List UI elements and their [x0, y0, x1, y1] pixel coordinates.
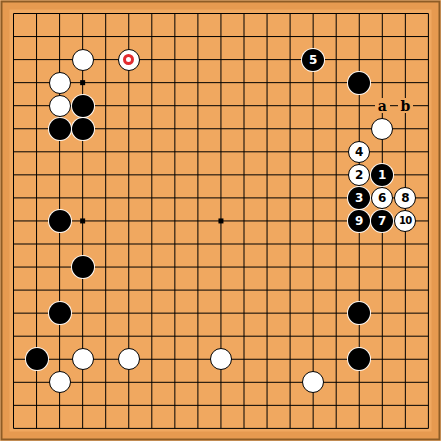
board-point[interactable] — [256, 232, 279, 255]
board-point[interactable] — [71, 94, 94, 117]
board-point[interactable] — [394, 71, 417, 94]
board-point[interactable] — [48, 25, 71, 48]
board-point[interactable] — [302, 140, 325, 163]
board-point[interactable] — [325, 325, 348, 348]
board-point[interactable] — [256, 94, 279, 117]
board-point[interactable] — [394, 163, 417, 186]
board-point[interactable] — [94, 209, 117, 232]
board-point[interactable] — [348, 232, 371, 255]
board-point[interactable] — [71, 71, 94, 94]
board-point[interactable] — [186, 117, 209, 140]
board-point[interactable] — [186, 302, 209, 325]
board-point[interactable] — [394, 417, 417, 440]
board-point[interactable] — [348, 71, 371, 94]
board-point[interactable] — [94, 325, 117, 348]
board-point[interactable] — [140, 163, 163, 186]
board-point[interactable] — [71, 117, 94, 140]
board-point[interactable] — [256, 140, 279, 163]
board-point[interactable] — [394, 25, 417, 48]
board-point[interactable] — [302, 232, 325, 255]
board-point[interactable] — [117, 256, 140, 279]
board-point[interactable] — [140, 2, 163, 25]
board-point[interactable] — [417, 348, 440, 371]
board-point[interactable] — [279, 209, 302, 232]
board-point[interactable] — [209, 163, 232, 186]
board-point[interactable] — [209, 302, 232, 325]
board-point[interactable] — [163, 140, 186, 163]
board-point[interactable] — [163, 163, 186, 186]
board-point[interactable] — [209, 71, 232, 94]
board-point[interactable] — [117, 417, 140, 440]
board-point[interactable] — [48, 371, 71, 394]
board-point[interactable]: 4 — [348, 140, 371, 163]
board-point[interactable] — [163, 325, 186, 348]
board-point[interactable] — [94, 302, 117, 325]
board-point[interactable] — [325, 94, 348, 117]
board-point[interactable] — [163, 256, 186, 279]
board-point[interactable] — [232, 25, 255, 48]
board-point[interactable]: a — [371, 94, 394, 117]
board-point[interactable] — [302, 256, 325, 279]
board-point[interactable] — [163, 417, 186, 440]
board-point[interactable] — [348, 279, 371, 302]
board-point[interactable] — [2, 256, 25, 279]
board-point[interactable] — [71, 163, 94, 186]
board-point[interactable] — [117, 140, 140, 163]
board-point[interactable] — [371, 394, 394, 417]
board-point[interactable] — [371, 48, 394, 71]
board-point[interactable] — [163, 2, 186, 25]
board-point[interactable] — [325, 25, 348, 48]
board-point[interactable] — [256, 394, 279, 417]
board-point[interactable] — [256, 48, 279, 71]
board-point[interactable] — [302, 209, 325, 232]
board-point[interactable] — [186, 186, 209, 209]
board-point[interactable] — [163, 71, 186, 94]
board-point[interactable] — [394, 256, 417, 279]
board-point[interactable] — [186, 25, 209, 48]
board-point[interactable] — [209, 209, 232, 232]
board-point[interactable] — [163, 94, 186, 117]
board-point[interactable] — [417, 94, 440, 117]
board-point[interactable] — [232, 325, 255, 348]
board-point[interactable] — [325, 256, 348, 279]
board-point[interactable] — [71, 371, 94, 394]
board-point[interactable] — [71, 2, 94, 25]
board-point[interactable] — [2, 48, 25, 71]
board-point[interactable] — [209, 325, 232, 348]
board-point[interactable] — [232, 279, 255, 302]
board-point[interactable] — [71, 348, 94, 371]
board-point[interactable] — [94, 394, 117, 417]
board-point[interactable] — [302, 302, 325, 325]
board-point[interactable] — [232, 94, 255, 117]
board-point[interactable] — [232, 186, 255, 209]
board-point[interactable] — [371, 25, 394, 48]
board-point[interactable] — [25, 279, 48, 302]
board-point[interactable] — [371, 302, 394, 325]
board-point[interactable] — [232, 209, 255, 232]
board-point[interactable] — [348, 48, 371, 71]
board-point[interactable] — [394, 348, 417, 371]
board-point[interactable] — [71, 256, 94, 279]
board-point[interactable] — [140, 232, 163, 255]
board-point[interactable]: 2 — [348, 163, 371, 186]
board-point[interactable] — [232, 71, 255, 94]
board-point[interactable] — [302, 348, 325, 371]
board-point[interactable] — [417, 302, 440, 325]
board-point[interactable] — [256, 302, 279, 325]
board-point[interactable] — [325, 394, 348, 417]
board-point[interactable] — [140, 186, 163, 209]
board-point[interactable] — [256, 186, 279, 209]
board-point[interactable] — [2, 140, 25, 163]
board-point[interactable] — [256, 117, 279, 140]
board-point[interactable] — [163, 209, 186, 232]
board-point[interactable] — [2, 25, 25, 48]
board-point[interactable] — [209, 117, 232, 140]
board-point[interactable] — [140, 394, 163, 417]
board-point[interactable]: 8 — [394, 186, 417, 209]
board-point[interactable] — [371, 279, 394, 302]
board-point[interactable] — [348, 417, 371, 440]
board-point[interactable] — [94, 140, 117, 163]
board-point[interactable] — [140, 25, 163, 48]
board-point[interactable] — [232, 48, 255, 71]
board-point[interactable] — [163, 117, 186, 140]
board-point[interactable] — [140, 348, 163, 371]
board-point[interactable] — [325, 302, 348, 325]
board-point[interactable] — [279, 371, 302, 394]
board-point[interactable] — [186, 2, 209, 25]
board-point[interactable] — [394, 279, 417, 302]
board-point[interactable] — [186, 232, 209, 255]
board-point[interactable] — [209, 94, 232, 117]
board-point[interactable]: 5 — [302, 48, 325, 71]
board-point[interactable] — [117, 2, 140, 25]
board-point[interactable] — [2, 348, 25, 371]
board-point[interactable] — [279, 71, 302, 94]
board-point[interactable] — [25, 417, 48, 440]
board-point[interactable] — [417, 117, 440, 140]
board-point[interactable] — [279, 232, 302, 255]
board-point[interactable] — [163, 371, 186, 394]
board-point[interactable] — [256, 348, 279, 371]
board-point[interactable] — [209, 371, 232, 394]
board-point[interactable] — [232, 163, 255, 186]
board-point[interactable] — [348, 371, 371, 394]
board-point[interactable] — [302, 186, 325, 209]
board-point[interactable] — [117, 186, 140, 209]
board-point[interactable] — [186, 140, 209, 163]
board-point[interactable] — [2, 394, 25, 417]
board-point[interactable] — [117, 348, 140, 371]
board-point[interactable] — [2, 325, 25, 348]
board-point[interactable] — [417, 209, 440, 232]
board-point[interactable] — [371, 417, 394, 440]
board-point[interactable] — [117, 71, 140, 94]
board-point[interactable] — [71, 394, 94, 417]
board-point[interactable] — [256, 256, 279, 279]
board-point[interactable] — [325, 140, 348, 163]
board-point[interactable] — [302, 417, 325, 440]
board-point[interactable] — [371, 348, 394, 371]
board-point[interactable] — [302, 394, 325, 417]
board-point[interactable] — [279, 94, 302, 117]
board-point[interactable] — [394, 302, 417, 325]
board-point[interactable] — [186, 48, 209, 71]
board-point[interactable] — [2, 232, 25, 255]
board-point[interactable] — [279, 25, 302, 48]
board-point[interactable] — [417, 2, 440, 25]
board-point[interactable] — [186, 325, 209, 348]
board-point[interactable] — [256, 2, 279, 25]
board-point[interactable] — [256, 163, 279, 186]
board-point[interactable] — [48, 209, 71, 232]
board-point[interactable] — [325, 371, 348, 394]
board-point[interactable] — [256, 371, 279, 394]
board-point[interactable] — [348, 94, 371, 117]
board-point[interactable]: b — [394, 94, 417, 117]
board-point[interactable] — [48, 256, 71, 279]
board-point[interactable] — [209, 140, 232, 163]
board-point[interactable] — [186, 163, 209, 186]
board-point[interactable] — [163, 394, 186, 417]
board-point[interactable] — [117, 371, 140, 394]
board-point[interactable] — [117, 325, 140, 348]
board-point[interactable] — [394, 140, 417, 163]
board-point[interactable] — [2, 71, 25, 94]
board-point[interactable] — [25, 256, 48, 279]
board-point[interactable] — [394, 325, 417, 348]
board-point[interactable] — [279, 394, 302, 417]
board-point[interactable] — [117, 394, 140, 417]
board-point[interactable] — [2, 371, 25, 394]
board-point[interactable] — [71, 232, 94, 255]
board-point[interactable] — [117, 48, 140, 71]
board-point[interactable] — [417, 417, 440, 440]
board-point[interactable]: 9 — [348, 209, 371, 232]
board-point[interactable] — [25, 48, 48, 71]
board-point[interactable] — [209, 394, 232, 417]
board-point[interactable]: 1 — [371, 163, 394, 186]
board-point[interactable] — [117, 25, 140, 48]
board-point[interactable] — [371, 2, 394, 25]
board-point[interactable] — [325, 71, 348, 94]
board-point[interactable] — [417, 48, 440, 71]
board-point[interactable] — [2, 163, 25, 186]
board-point[interactable] — [417, 163, 440, 186]
board-point[interactable] — [302, 279, 325, 302]
board-point[interactable] — [140, 256, 163, 279]
board-point[interactable] — [417, 371, 440, 394]
board-point[interactable] — [163, 25, 186, 48]
board-point[interactable] — [348, 325, 371, 348]
board-point[interactable] — [394, 48, 417, 71]
board-point[interactable] — [209, 232, 232, 255]
board-point[interactable] — [117, 163, 140, 186]
board-point[interactable] — [163, 186, 186, 209]
board-point[interactable] — [325, 186, 348, 209]
board-point[interactable] — [186, 209, 209, 232]
board-point[interactable] — [209, 348, 232, 371]
board-point[interactable] — [325, 48, 348, 71]
board-point[interactable] — [302, 371, 325, 394]
board-point[interactable] — [140, 117, 163, 140]
board-point[interactable] — [232, 2, 255, 25]
board-point[interactable] — [48, 94, 71, 117]
board-point[interactable] — [186, 394, 209, 417]
board-point[interactable] — [232, 256, 255, 279]
board-point[interactable] — [94, 71, 117, 94]
board-point[interactable] — [140, 140, 163, 163]
board-point[interactable] — [325, 417, 348, 440]
board-point[interactable] — [94, 348, 117, 371]
board-point[interactable] — [371, 325, 394, 348]
board-point[interactable] — [279, 325, 302, 348]
board-point[interactable] — [348, 2, 371, 25]
board-point[interactable] — [25, 94, 48, 117]
board-point[interactable] — [71, 302, 94, 325]
board-point[interactable] — [302, 117, 325, 140]
board-point[interactable] — [25, 25, 48, 48]
board-point[interactable] — [48, 163, 71, 186]
board-point[interactable] — [140, 371, 163, 394]
board-point[interactable] — [232, 371, 255, 394]
board-point[interactable] — [417, 71, 440, 94]
board-point[interactable] — [279, 48, 302, 71]
board-point[interactable] — [325, 279, 348, 302]
board-point[interactable] — [140, 302, 163, 325]
board-point[interactable] — [232, 302, 255, 325]
board-point[interactable] — [279, 140, 302, 163]
board-point[interactable] — [325, 2, 348, 25]
board-point[interactable] — [209, 417, 232, 440]
board-point[interactable] — [279, 302, 302, 325]
board-point[interactable] — [2, 417, 25, 440]
board-point[interactable] — [71, 48, 94, 71]
board-point[interactable] — [140, 209, 163, 232]
board-point[interactable] — [94, 25, 117, 48]
board-point[interactable]: 3 — [348, 186, 371, 209]
board-point[interactable] — [417, 186, 440, 209]
board-point[interactable] — [25, 209, 48, 232]
board-point[interactable] — [417, 140, 440, 163]
board-point[interactable] — [163, 279, 186, 302]
board-point[interactable] — [117, 117, 140, 140]
board-point[interactable] — [25, 302, 48, 325]
board-point[interactable] — [279, 117, 302, 140]
board-point[interactable] — [394, 394, 417, 417]
board-point[interactable] — [302, 2, 325, 25]
board-point[interactable]: 6 — [371, 186, 394, 209]
board-point[interactable] — [348, 302, 371, 325]
board-point[interactable] — [48, 279, 71, 302]
board-point[interactable] — [117, 94, 140, 117]
board-point[interactable] — [48, 117, 71, 140]
board-point[interactable] — [48, 71, 71, 94]
board-point[interactable] — [94, 117, 117, 140]
board-point[interactable] — [48, 348, 71, 371]
board-point[interactable] — [186, 94, 209, 117]
board-point[interactable] — [232, 394, 255, 417]
board-point[interactable] — [279, 348, 302, 371]
board-point[interactable] — [2, 279, 25, 302]
board-point[interactable] — [48, 140, 71, 163]
board-point[interactable] — [25, 71, 48, 94]
board-point[interactable] — [302, 71, 325, 94]
board-point[interactable] — [371, 71, 394, 94]
board-point[interactable] — [232, 348, 255, 371]
board-point[interactable] — [417, 325, 440, 348]
board-point[interactable] — [25, 140, 48, 163]
board-point[interactable] — [348, 394, 371, 417]
board-point[interactable] — [25, 163, 48, 186]
board-point[interactable] — [417, 256, 440, 279]
board-point[interactable] — [325, 209, 348, 232]
board-point[interactable] — [117, 302, 140, 325]
board-point[interactable] — [163, 348, 186, 371]
board-point[interactable] — [209, 25, 232, 48]
board-point[interactable] — [48, 48, 71, 71]
board-point[interactable] — [256, 209, 279, 232]
board-point[interactable] — [25, 186, 48, 209]
board-point[interactable] — [394, 117, 417, 140]
board-point[interactable] — [394, 232, 417, 255]
board-point[interactable] — [209, 2, 232, 25]
board-point[interactable] — [94, 2, 117, 25]
board-point[interactable] — [186, 348, 209, 371]
board-point[interactable] — [163, 48, 186, 71]
board-point[interactable] — [279, 417, 302, 440]
board-point[interactable] — [417, 232, 440, 255]
board-point[interactable] — [2, 117, 25, 140]
board-point[interactable] — [417, 394, 440, 417]
board-point[interactable] — [71, 325, 94, 348]
board-point[interactable] — [348, 25, 371, 48]
board-point[interactable] — [186, 279, 209, 302]
board-point[interactable]: 10 — [394, 209, 417, 232]
board-point[interactable] — [371, 256, 394, 279]
board-point[interactable] — [232, 232, 255, 255]
board-point[interactable] — [140, 94, 163, 117]
board-point[interactable] — [140, 48, 163, 71]
board-point[interactable]: 7 — [371, 209, 394, 232]
board-point[interactable] — [302, 94, 325, 117]
board-point[interactable] — [25, 232, 48, 255]
board-point[interactable] — [186, 417, 209, 440]
board-point[interactable] — [302, 163, 325, 186]
board-point[interactable] — [325, 117, 348, 140]
board-point[interactable] — [94, 94, 117, 117]
board-point[interactable] — [94, 279, 117, 302]
board-point[interactable] — [2, 209, 25, 232]
board-point[interactable] — [71, 417, 94, 440]
board-point[interactable] — [186, 371, 209, 394]
board-point[interactable] — [279, 279, 302, 302]
board-point[interactable] — [232, 117, 255, 140]
board-point[interactable] — [232, 417, 255, 440]
board-point[interactable] — [71, 186, 94, 209]
board-point[interactable] — [279, 186, 302, 209]
board-point[interactable] — [71, 279, 94, 302]
board-point[interactable] — [163, 302, 186, 325]
board-point[interactable] — [209, 48, 232, 71]
board-point[interactable] — [25, 394, 48, 417]
board-point[interactable] — [140, 325, 163, 348]
board-point[interactable] — [209, 186, 232, 209]
board-point[interactable] — [209, 256, 232, 279]
